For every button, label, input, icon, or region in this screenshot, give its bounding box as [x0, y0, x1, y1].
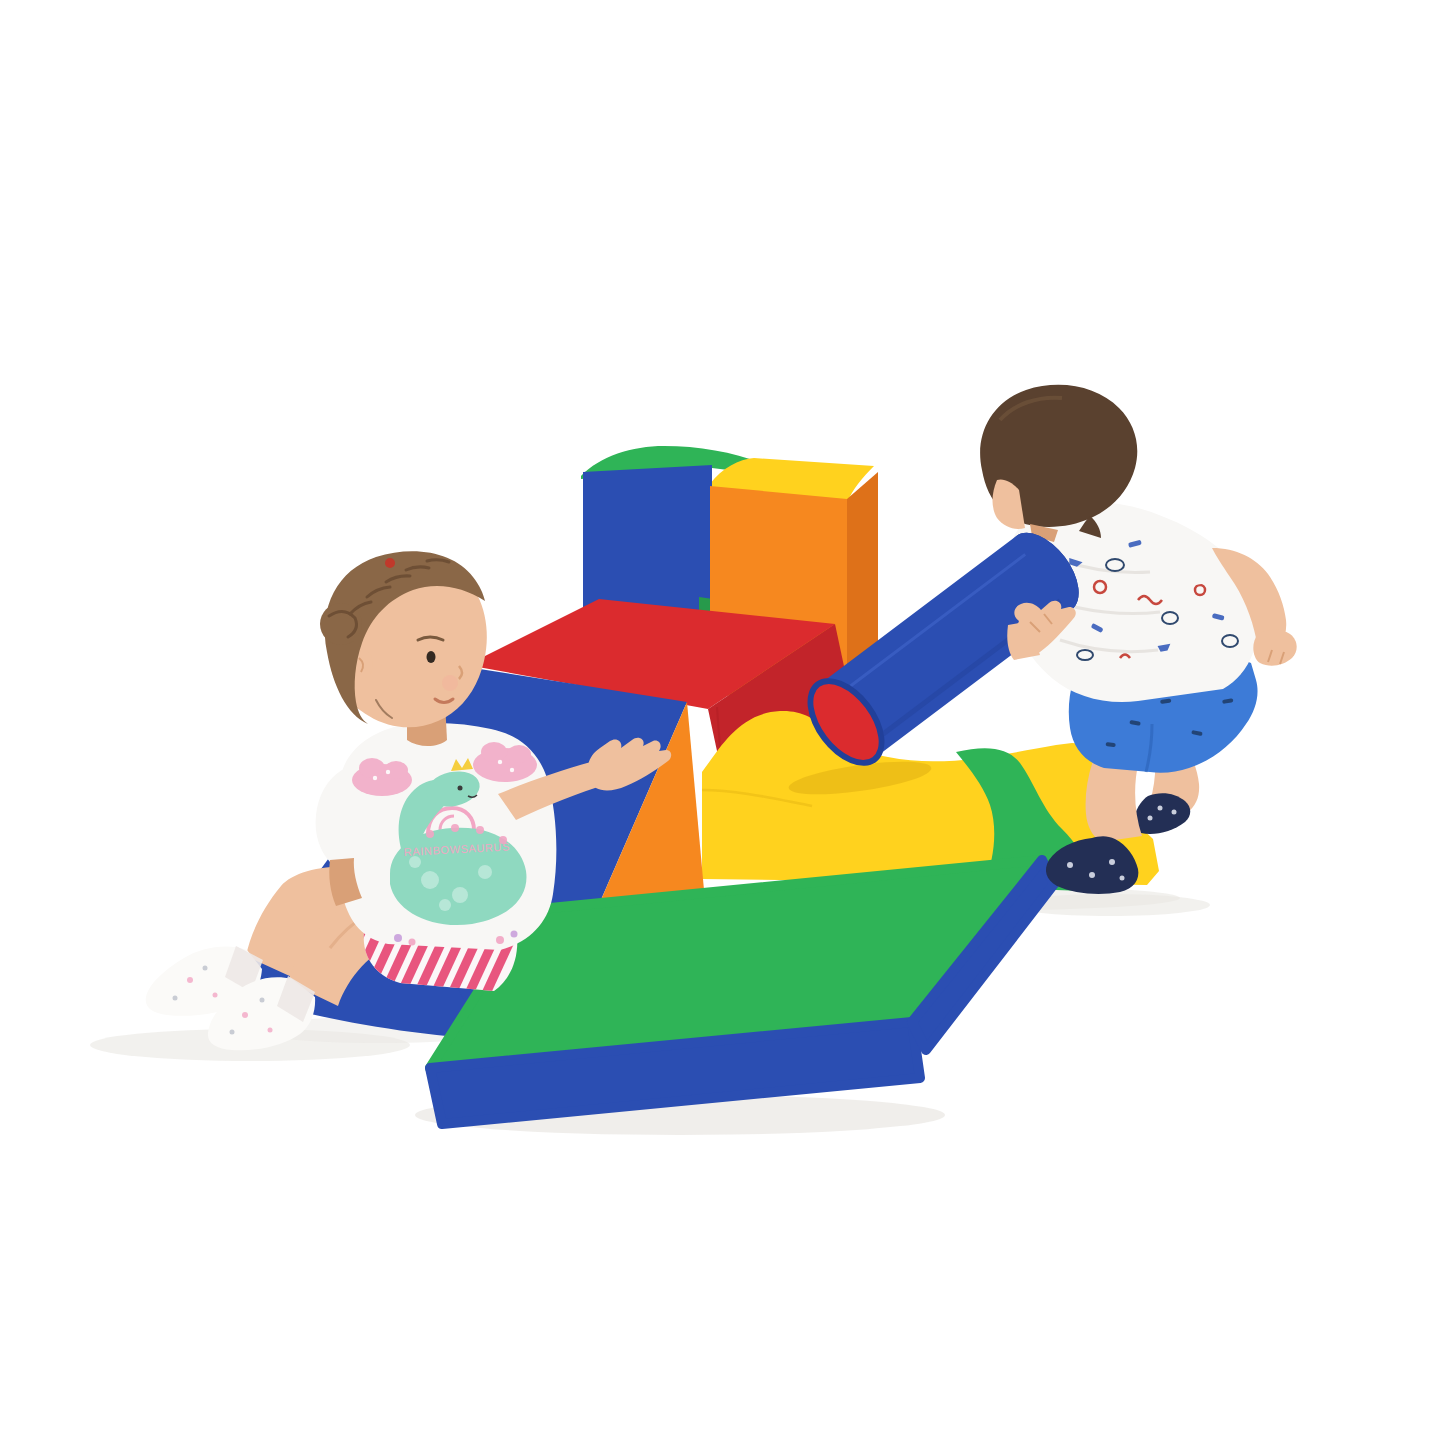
photo-stage: RAINBOWSAURUS — [0, 0, 1445, 1445]
girl-hair-tie — [385, 558, 395, 568]
blue-cube — [583, 465, 712, 618]
scene: RAINBOWSAURUS — [0, 0, 1445, 1445]
girl-eye — [427, 651, 436, 663]
